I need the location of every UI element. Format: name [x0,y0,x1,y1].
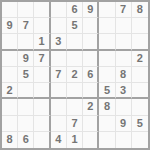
cell-r6c6-empty[interactable] [83,83,99,99]
cell-r6c5-empty[interactable] [67,83,83,99]
cell-r2c3-empty[interactable] [34,18,50,34]
cell-r3c4-given-3[interactable]: 3 [51,34,67,50]
cell-r5c3-empty[interactable] [34,67,50,83]
cell-r6c3-empty[interactable] [34,83,50,99]
cell-r4c3-given-7[interactable]: 7 [34,51,50,67]
cell-r4c5-empty[interactable] [67,51,83,67]
cell-r5c5-given-2[interactable]: 2 [67,67,83,83]
cell-r2c6-empty[interactable] [83,18,99,34]
cell-r2c9-empty[interactable] [132,18,148,34]
cell-r3c7-empty[interactable] [99,34,115,50]
cell-r7c1-empty[interactable] [2,99,18,115]
cell-r3c2-empty[interactable] [18,34,34,50]
cell-r5c7-empty[interactable] [99,67,115,83]
cell-r4c4-empty[interactable] [51,51,67,67]
cell-r3c9-empty[interactable] [132,34,148,50]
cell-r4c2-given-9[interactable]: 9 [18,51,34,67]
cell-r2c8-empty[interactable] [116,18,132,34]
cell-r9c6-empty[interactable] [83,132,99,148]
cell-r4c8-empty[interactable] [116,51,132,67]
cell-r8c1-empty[interactable] [2,116,18,132]
cell-r9c1-given-8[interactable]: 8 [2,132,18,148]
cell-r6c9-empty[interactable] [132,83,148,99]
cell-r1c9-given-8[interactable]: 8 [132,2,148,18]
cell-r3c5-empty[interactable] [67,34,83,50]
cell-r4c1-empty[interactable] [2,51,18,67]
cell-r7c6-given-2[interactable]: 2 [83,99,99,115]
cell-r6c1-given-2[interactable]: 2 [2,83,18,99]
cell-r8c6-empty[interactable] [83,116,99,132]
cell-r4c9-given-2[interactable]: 2 [132,51,148,67]
cell-r7c3-empty[interactable] [34,99,50,115]
cell-r1c1-empty[interactable] [2,2,18,18]
cell-r4c7-empty[interactable] [99,51,115,67]
cell-r2c7-empty[interactable] [99,18,115,34]
cell-r8c9-given-5[interactable]: 5 [132,116,148,132]
cell-r3c6-empty[interactable] [83,34,99,50]
cell-r2c1-given-9[interactable]: 9 [2,18,18,34]
cell-r1c6-given-9[interactable]: 9 [83,2,99,18]
sudoku-board: 69789751397257268253287958641 [0,0,150,150]
cell-r5c4-given-7[interactable]: 7 [51,67,67,83]
cell-r3c1-empty[interactable] [2,34,18,50]
cell-r5c9-empty[interactable] [132,67,148,83]
cell-r7c2-empty[interactable] [18,99,34,115]
cell-r5c6-given-6[interactable]: 6 [83,67,99,83]
cell-r7c7-given-8[interactable]: 8 [99,99,115,115]
cell-r5c8-given-8[interactable]: 8 [116,67,132,83]
cell-r7c5-empty[interactable] [67,99,83,115]
cell-r6c2-empty[interactable] [18,83,34,99]
cell-r1c7-empty[interactable] [99,2,115,18]
cell-r8c8-given-9[interactable]: 9 [116,116,132,132]
cell-r2c4-empty[interactable] [51,18,67,34]
cell-r1c4-empty[interactable] [51,2,67,18]
cell-r7c9-empty[interactable] [132,99,148,115]
cell-r5c2-given-5[interactable]: 5 [18,67,34,83]
cell-r1c2-empty[interactable] [18,2,34,18]
cell-r2c2-given-7[interactable]: 7 [18,18,34,34]
cell-r1c5-given-6[interactable]: 6 [67,2,83,18]
cell-r7c8-empty[interactable] [116,99,132,115]
cell-r8c3-empty[interactable] [34,116,50,132]
cell-r6c8-given-3[interactable]: 3 [116,83,132,99]
cell-r9c5-given-1[interactable]: 1 [67,132,83,148]
cell-r9c3-empty[interactable] [34,132,50,148]
cell-r1c3-empty[interactable] [34,2,50,18]
cell-r8c5-given-7[interactable]: 7 [67,116,83,132]
cell-r8c7-empty[interactable] [99,116,115,132]
cell-r9c2-given-6[interactable]: 6 [18,132,34,148]
cell-r4c6-empty[interactable] [83,51,99,67]
cell-r6c7-given-5[interactable]: 5 [99,83,115,99]
cell-r2c5-given-5[interactable]: 5 [67,18,83,34]
cell-r8c2-empty[interactable] [18,116,34,132]
cell-r9c9-empty[interactable] [132,132,148,148]
cell-r8c4-empty[interactable] [51,116,67,132]
cell-r6c4-empty[interactable] [51,83,67,99]
cell-r5c1-empty[interactable] [2,67,18,83]
cell-r1c8-given-7[interactable]: 7 [116,2,132,18]
cell-r9c7-empty[interactable] [99,132,115,148]
cell-r3c3-given-1[interactable]: 1 [34,34,50,50]
cell-r9c8-empty[interactable] [116,132,132,148]
cell-r3c8-empty[interactable] [116,34,132,50]
cell-r9c4-given-4[interactable]: 4 [51,132,67,148]
cell-r7c4-empty[interactable] [51,99,67,115]
